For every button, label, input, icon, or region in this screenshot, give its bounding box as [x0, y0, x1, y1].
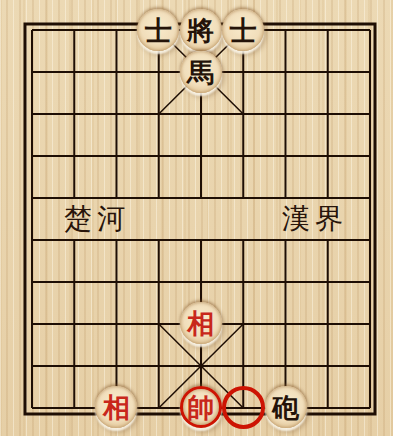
piece-red-general[interactable]: 帥 — [180, 386, 222, 428]
piece-black-cannon[interactable]: 砲 — [265, 386, 307, 428]
piece-black-advisor[interactable]: 士 — [222, 9, 264, 51]
piece-black-horse[interactable]: 馬 — [180, 51, 222, 93]
piece-layer: 士將士馬相相帥砲 — [11, 9, 391, 429]
piece-red-elephant[interactable]: 相 — [95, 386, 137, 428]
piece-red-elephant[interactable]: 相 — [180, 302, 222, 344]
xiangqi-board: 楚河 漢界 士將士馬相相帥砲 — [0, 0, 393, 436]
move-target-circle[interactable] — [222, 386, 265, 429]
piece-black-general[interactable]: 將 — [180, 9, 222, 51]
piece-black-advisor[interactable]: 士 — [137, 9, 179, 51]
